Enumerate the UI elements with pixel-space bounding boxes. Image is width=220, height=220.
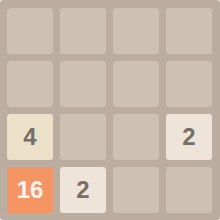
empty-cell [166, 167, 212, 213]
tile-2: 2 [60, 167, 106, 213]
empty-cell [113, 167, 159, 213]
empty-cell [7, 61, 53, 107]
empty-cell [113, 8, 159, 54]
empty-cell [113, 114, 159, 160]
tile-2: 2 [166, 114, 212, 160]
empty-cell [60, 8, 106, 54]
empty-cell [7, 8, 53, 54]
tile-16: 16 [7, 167, 53, 213]
empty-cell [60, 114, 106, 160]
empty-cell [113, 61, 159, 107]
empty-cell [166, 61, 212, 107]
tile-4: 4 [7, 114, 53, 160]
board-2048[interactable]: 42162 [0, 0, 220, 220]
empty-cell [60, 61, 106, 107]
empty-cell [166, 8, 212, 54]
